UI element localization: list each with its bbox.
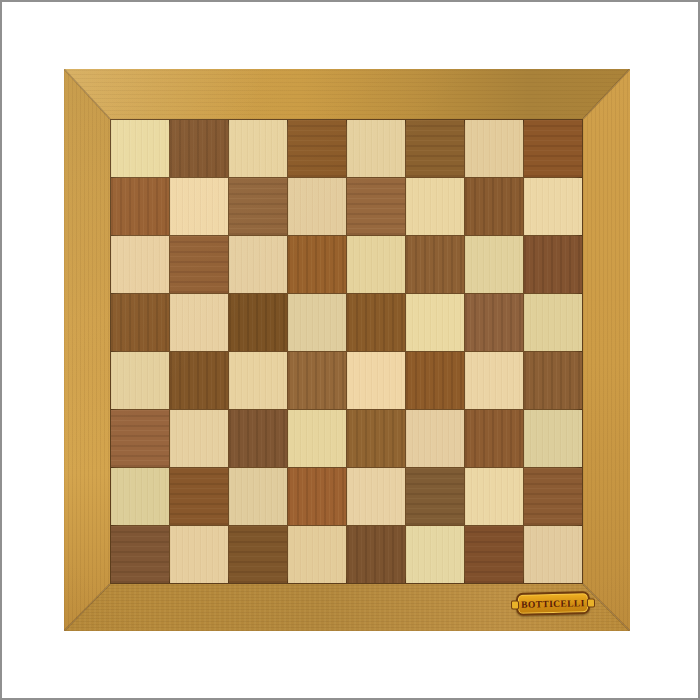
brand-label: BOTTICELLI [521,598,585,610]
square-h2[interactable] [524,468,582,525]
square-f1[interactable] [406,526,464,583]
botticelli-nameplate: BOTTICELLI [516,591,591,616]
chess-board[interactable] [110,119,583,584]
square-a7[interactable] [111,178,169,235]
square-d7[interactable] [288,178,346,235]
square-c1[interactable] [229,526,287,583]
square-b5[interactable] [170,294,228,351]
square-e4[interactable] [347,352,405,409]
square-g5[interactable] [465,294,523,351]
square-b8[interactable] [170,120,228,177]
square-b6[interactable] [170,236,228,293]
square-c5[interactable] [229,294,287,351]
square-b4[interactable] [170,352,228,409]
chess-board-frame: BOTTICELLI [64,69,630,631]
square-h7[interactable] [524,178,582,235]
frame-left-rail [64,69,110,631]
square-c6[interactable] [229,236,287,293]
product-photo: BOTTICELLI [0,0,700,700]
square-e3[interactable] [347,410,405,467]
square-d3[interactable] [288,410,346,467]
square-a4[interactable] [111,352,169,409]
square-h3[interactable] [524,410,582,467]
square-f2[interactable] [406,468,464,525]
square-g7[interactable] [465,178,523,235]
square-g1[interactable] [465,526,523,583]
square-f3[interactable] [406,410,464,467]
square-e2[interactable] [347,468,405,525]
square-c2[interactable] [229,468,287,525]
square-g4[interactable] [465,352,523,409]
square-a1[interactable] [111,526,169,583]
square-e8[interactable] [347,120,405,177]
square-f5[interactable] [406,294,464,351]
square-a3[interactable] [111,410,169,467]
square-b2[interactable] [170,468,228,525]
square-a6[interactable] [111,236,169,293]
square-f8[interactable] [406,120,464,177]
square-c8[interactable] [229,120,287,177]
square-d1[interactable] [288,526,346,583]
square-d8[interactable] [288,120,346,177]
square-e1[interactable] [347,526,405,583]
square-g3[interactable] [465,410,523,467]
square-f6[interactable] [406,236,464,293]
square-a8[interactable] [111,120,169,177]
square-c3[interactable] [229,410,287,467]
square-g8[interactable] [465,120,523,177]
square-d5[interactable] [288,294,346,351]
square-h1[interactable] [524,526,582,583]
square-h4[interactable] [524,352,582,409]
square-a2[interactable] [111,468,169,525]
square-g2[interactable] [465,468,523,525]
square-b7[interactable] [170,178,228,235]
square-d2[interactable] [288,468,346,525]
square-c4[interactable] [229,352,287,409]
square-d4[interactable] [288,352,346,409]
square-h5[interactable] [524,294,582,351]
frame-right-rail [583,69,630,631]
frame-top-rail [64,69,630,119]
square-a5[interactable] [111,294,169,351]
square-e7[interactable] [347,178,405,235]
square-e6[interactable] [347,236,405,293]
square-b3[interactable] [170,410,228,467]
square-f4[interactable] [406,352,464,409]
square-h6[interactable] [524,236,582,293]
square-c7[interactable] [229,178,287,235]
square-g6[interactable] [465,236,523,293]
square-b1[interactable] [170,526,228,583]
square-h8[interactable] [524,120,582,177]
square-f7[interactable] [406,178,464,235]
square-e5[interactable] [347,294,405,351]
square-d6[interactable] [288,236,346,293]
